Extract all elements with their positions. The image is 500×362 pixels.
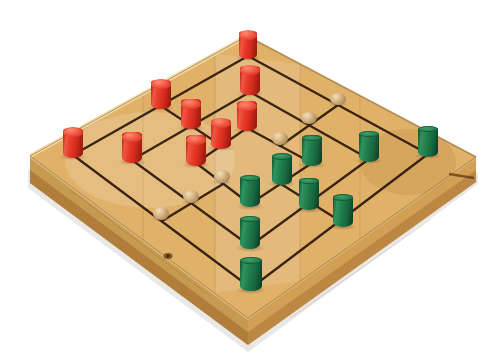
empty-hole-ball-d2[interactable] [183,190,199,203]
empty-hole-ball-d1[interactable] [153,207,169,220]
peg-green-f2[interactable] [240,217,261,249]
empty-hole-ball-d7[interactable] [330,93,345,105]
product-photo-stage [0,0,500,362]
peg-green-e4[interactable] [272,154,292,185]
peg-red-b4[interactable] [181,99,201,129]
empty-hole-ball-d3[interactable] [214,170,230,183]
peg-red-b2[interactable] [122,132,142,163]
peg-green-g4[interactable] [333,195,354,227]
peg-green-f6[interactable] [359,132,379,162]
peg-red-c3[interactable] [186,135,206,166]
peg-red-a1[interactable] [63,128,83,158]
peg-green-e3[interactable] [240,176,260,207]
peg-red-b6[interactable] [240,66,259,95]
empty-hole-ball-d6[interactable] [301,112,316,124]
wood-knot-center [167,255,170,258]
empty-hole-ball-d5[interactable] [272,132,288,145]
peg-red-a7[interactable] [239,31,258,59]
peg-red-c5[interactable] [237,101,257,131]
peg-red-c4[interactable] [211,119,231,149]
peg-green-g7[interactable] [418,127,438,157]
peg-green-e5[interactable] [302,135,322,166]
peg-green-g1[interactable] [240,258,261,291]
face-highlight [65,112,235,208]
peg-green-f4[interactable] [299,178,319,210]
peg-red-a4[interactable] [151,80,170,109]
